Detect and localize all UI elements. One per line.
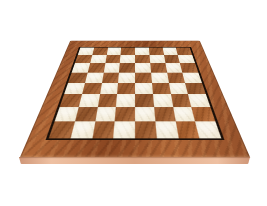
square-e8[interactable]	[135, 48, 149, 56]
square-e7[interactable]	[135, 55, 150, 63]
square-c7[interactable]	[105, 55, 121, 63]
square-e2[interactable]	[135, 107, 155, 122]
square-f3[interactable]	[153, 94, 173, 107]
chess-board-playing-area	[46, 47, 225, 140]
square-c1[interactable]	[92, 122, 115, 139]
square-b2[interactable]	[75, 107, 98, 122]
square-g1[interactable]	[175, 122, 199, 139]
product-photo	[0, 0, 267, 206]
square-c3[interactable]	[97, 94, 117, 107]
square-b7[interactable]	[90, 55, 106, 63]
square-b1[interactable]	[70, 122, 94, 139]
square-h3[interactable]	[188, 94, 210, 107]
square-h6[interactable]	[180, 63, 198, 72]
square-d5[interactable]	[118, 73, 135, 83]
square-b5[interactable]	[85, 73, 104, 83]
square-d4[interactable]	[117, 83, 135, 94]
square-h7[interactable]	[178, 55, 195, 63]
square-d8[interactable]	[121, 48, 135, 56]
square-e5[interactable]	[135, 73, 152, 83]
square-c4[interactable]	[100, 83, 119, 94]
square-f7[interactable]	[149, 55, 165, 63]
square-f6[interactable]	[150, 63, 167, 72]
square-c8[interactable]	[106, 48, 121, 56]
board-side-edge	[19, 157, 250, 164]
chess-board-frame	[20, 41, 251, 158]
square-f4[interactable]	[152, 83, 171, 94]
square-f2[interactable]	[154, 107, 175, 122]
square-d3[interactable]	[116, 94, 135, 107]
square-d1[interactable]	[113, 122, 135, 139]
square-d6[interactable]	[119, 63, 135, 72]
square-b3[interactable]	[78, 94, 99, 107]
square-e3[interactable]	[135, 94, 154, 107]
square-c6[interactable]	[103, 63, 120, 72]
square-c2[interactable]	[95, 107, 116, 122]
square-h2[interactable]	[192, 107, 216, 122]
square-d7[interactable]	[120, 55, 135, 63]
square-e1[interactable]	[135, 122, 157, 139]
square-e6[interactable]	[135, 63, 151, 72]
square-e4[interactable]	[135, 83, 153, 94]
square-c5[interactable]	[102, 73, 120, 83]
square-h5[interactable]	[183, 73, 202, 83]
square-b6[interactable]	[87, 63, 104, 72]
square-a5[interactable]	[68, 73, 87, 83]
square-b4[interactable]	[82, 83, 102, 94]
square-h4[interactable]	[185, 83, 206, 94]
square-h8[interactable]	[176, 48, 192, 56]
square-d2[interactable]	[115, 107, 135, 122]
square-g7[interactable]	[164, 55, 180, 63]
square-f8[interactable]	[149, 48, 164, 56]
square-b8[interactable]	[92, 48, 108, 56]
square-f5[interactable]	[151, 73, 169, 83]
